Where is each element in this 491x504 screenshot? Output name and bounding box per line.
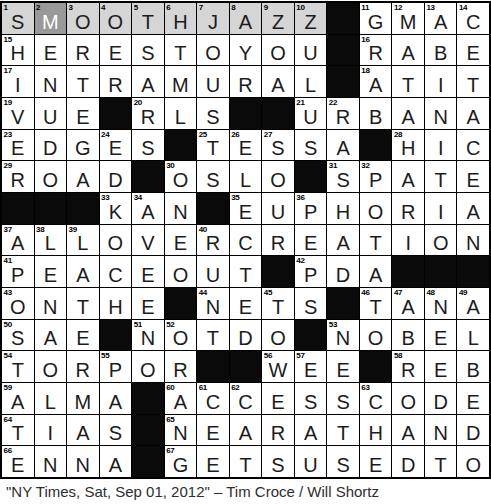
grid-cell[interactable]: I — [425, 130, 457, 161]
grid-cell[interactable]: O — [457, 446, 489, 477]
grid-cell[interactable]: L — [295, 66, 327, 97]
grid-cell[interactable]: S — [295, 130, 327, 161]
grid-cell[interactable]: U — [35, 98, 67, 129]
cell-letter: E — [100, 130, 132, 161]
cell-letter: A — [392, 161, 424, 192]
grid-cell[interactable]: 32P — [360, 161, 392, 192]
cell-letter: P — [295, 256, 327, 287]
cell-letter: T — [425, 161, 457, 192]
grid-cell[interactable]: R — [165, 351, 197, 382]
grid-cell[interactable]: 65N — [165, 415, 197, 446]
grid-cell[interactable]: A — [392, 35, 424, 66]
grid-cell[interactable]: D — [35, 130, 67, 161]
black-cell — [165, 130, 197, 161]
grid-cell[interactable]: 1S — [2, 3, 34, 34]
grid-cell[interactable]: 52O — [165, 320, 197, 351]
grid-cell[interactable]: 10Z — [295, 3, 327, 34]
grid-cell[interactable]: 51N — [132, 320, 164, 351]
cell-letter: N — [35, 288, 67, 319]
cell-letter: T — [327, 415, 359, 446]
grid-cell[interactable]: O — [262, 35, 294, 66]
grid-cell[interactable]: O — [262, 161, 294, 192]
cell-letter: M — [165, 66, 197, 97]
cell-letter: A — [165, 383, 197, 414]
grid-cell[interactable]: N — [35, 288, 67, 319]
grid-cell[interactable]: 25T — [197, 130, 229, 161]
grid-cell[interactable]: A — [100, 446, 132, 477]
grid-cell[interactable]: L — [165, 98, 197, 129]
cell-letter: O — [165, 256, 197, 287]
grid-cell[interactable]: I — [425, 66, 457, 97]
grid-cell[interactable]: 49A — [457, 288, 489, 319]
cell-letter: E — [132, 256, 164, 287]
cell-letter: O — [262, 320, 294, 351]
grid-cell[interactable]: T — [425, 161, 457, 192]
grid-cell[interactable]: E — [67, 98, 99, 129]
cell-letter: M — [392, 3, 424, 34]
grid-cell[interactable]: 56W — [262, 351, 294, 382]
grid-cell[interactable]: H — [327, 193, 359, 224]
grid-cell[interactable]: R — [262, 415, 294, 446]
grid-cell[interactable]: N — [67, 446, 99, 477]
grid-cell[interactable]: R — [100, 66, 132, 97]
grid-cell[interactable]: R — [67, 35, 99, 66]
grid-cell[interactable]: 22R — [327, 98, 359, 129]
grid-cell[interactable]: A — [360, 256, 392, 287]
cell-letter: R — [67, 35, 99, 66]
grid-cell[interactable]: 40R — [197, 225, 229, 256]
grid-cell[interactable]: 50S — [2, 320, 34, 351]
grid-cell[interactable]: T — [425, 446, 457, 477]
grid-cell[interactable]: 60A — [165, 383, 197, 414]
grid-cell[interactable]: U — [262, 193, 294, 224]
grid-cell[interactable]: Y — [230, 35, 262, 66]
grid-cell[interactable]: O — [132, 351, 164, 382]
cell-letter: P — [360, 161, 392, 192]
grid-cell[interactable]: N — [425, 98, 457, 129]
cell-letter: T — [360, 225, 392, 256]
cell-letter: R — [132, 98, 164, 129]
grid-cell[interactable]: M — [165, 66, 197, 97]
cell-letter: T — [67, 66, 99, 97]
black-cell — [132, 161, 164, 192]
cell-letter: A — [35, 320, 67, 351]
grid-cell[interactable]: 23E — [2, 130, 34, 161]
grid-cell[interactable]: L — [230, 161, 262, 192]
grid-cell[interactable]: T — [67, 288, 99, 319]
cell-letter: D — [35, 130, 67, 161]
grid-cell[interactable]: O — [360, 320, 392, 351]
grid-cell[interactable]: 46T — [360, 288, 392, 319]
grid-cell[interactable]: E — [35, 256, 67, 287]
grid-cell[interactable]: 31S — [327, 161, 359, 192]
grid-cell[interactable]: B — [457, 351, 489, 382]
grid-cell[interactable]: 45T — [262, 288, 294, 319]
grid-cell[interactable]: U — [197, 256, 229, 287]
grid-cell[interactable]: E — [425, 320, 457, 351]
grid-cell[interactable]: 7J — [197, 3, 229, 34]
grid-cell[interactable]: 63C — [360, 383, 392, 414]
grid-cell[interactable]: D — [230, 320, 262, 351]
grid-cell[interactable]: E — [457, 35, 489, 66]
grid-cell[interactable]: T — [67, 66, 99, 97]
grid-cell[interactable]: E — [132, 288, 164, 319]
grid-cell[interactable]: S — [295, 383, 327, 414]
grid-cell[interactable]: A — [457, 98, 489, 129]
cell-letter: R — [165, 351, 197, 382]
grid-cell[interactable]: 34A — [132, 193, 164, 224]
cell-letter: A — [360, 256, 392, 287]
grid-cell[interactable]: O — [360, 193, 392, 224]
grid-cell[interactable]: O — [35, 161, 67, 192]
grid-cell[interactable]: O — [197, 35, 229, 66]
puzzle-caption: "NY Times, Sat, Sep 01, 2012" – Tim Croc… — [6, 479, 491, 504]
black-cell — [360, 351, 392, 382]
grid-cell[interactable]: 24E — [100, 130, 132, 161]
grid-cell[interactable]: T — [392, 66, 424, 97]
cell-letter: U — [35, 98, 67, 129]
grid-cell[interactable]: A — [230, 415, 262, 446]
grid-cell[interactable]: 27S — [262, 130, 294, 161]
cell-letter: G — [165, 446, 197, 477]
grid-cell[interactable]: S — [132, 130, 164, 161]
grid-cell[interactable]: A — [100, 383, 132, 414]
grid-cell[interactable]: G — [67, 130, 99, 161]
grid-cell[interactable]: A — [67, 415, 99, 446]
grid-cell[interactable]: S — [197, 98, 229, 129]
grid-cell[interactable]: 59A — [2, 383, 34, 414]
cell-letter: U — [295, 98, 327, 129]
grid-cell[interactable]: T — [230, 256, 262, 287]
black-cell — [230, 98, 262, 129]
cell-letter: O — [360, 193, 392, 224]
cell-letter: R — [2, 161, 34, 192]
grid-cell[interactable]: 55P — [100, 351, 132, 382]
grid-cell[interactable]: S — [295, 288, 327, 319]
grid-cell[interactable]: D — [327, 256, 359, 287]
grid-cell[interactable]: T — [197, 320, 229, 351]
grid-cell[interactable]: 61C — [197, 383, 229, 414]
cell-letter: E — [132, 288, 164, 319]
grid-cell[interactable]: E — [67, 320, 99, 351]
cell-letter: S — [2, 320, 34, 351]
grid-cell[interactable]: 14C — [457, 3, 489, 34]
cell-letter: T — [457, 66, 489, 97]
grid-cell[interactable]: 3O — [67, 3, 99, 34]
grid-cell[interactable]: D — [425, 383, 457, 414]
grid-cell[interactable]: C — [230, 225, 262, 256]
cell-letter: O — [35, 161, 67, 192]
grid-cell[interactable]: A — [392, 161, 424, 192]
cell-letter: R — [392, 351, 424, 382]
cell-letter: E — [67, 98, 99, 129]
cell-letter: N — [327, 320, 359, 351]
grid-cell[interactable]: 62C — [230, 383, 262, 414]
grid-cell[interactable]: 44N — [197, 288, 229, 319]
grid-cell[interactable]: 4O — [100, 3, 132, 34]
black-cell — [35, 193, 67, 224]
grid-cell[interactable]: N — [35, 446, 67, 477]
grid-cell[interactable]: 26E — [230, 130, 262, 161]
grid-cell[interactable]: R — [262, 225, 294, 256]
cell-letter: E — [35, 35, 67, 66]
cell-letter: O — [2, 288, 34, 319]
black-cell — [327, 35, 359, 66]
grid-cell[interactable]: A — [327, 130, 359, 161]
cell-letter: G — [360, 3, 392, 34]
grid-cell[interactable]: 58R — [392, 351, 424, 382]
cell-letter: C — [230, 383, 262, 414]
grid-cell[interactable]: R — [230, 66, 262, 97]
grid-cell[interactable]: O — [100, 225, 132, 256]
cell-letter: S — [295, 130, 327, 161]
grid-cell[interactable]: B — [360, 98, 392, 129]
grid-cell[interactable]: O — [392, 383, 424, 414]
grid-cell[interactable]: O — [425, 225, 457, 256]
cell-letter: O — [262, 161, 294, 192]
cell-letter: S — [132, 35, 164, 66]
cell-letter: H — [360, 415, 392, 446]
cell-letter: L — [67, 225, 99, 256]
grid-cell[interactable]: 54T — [2, 351, 34, 382]
cell-letter: O — [100, 225, 132, 256]
grid-cell[interactable]: T — [230, 446, 262, 477]
cell-letter: A — [457, 193, 489, 224]
cell-letter: A — [360, 66, 392, 97]
grid-cell[interactable]: E — [100, 35, 132, 66]
cell-letter: R — [230, 66, 262, 97]
grid-cell[interactable]: D — [392, 446, 424, 477]
grid-cell[interactable]: E — [327, 351, 359, 382]
grid-cell[interactable]: E — [457, 383, 489, 414]
grid-cell[interactable]: S — [100, 415, 132, 446]
cell-letter: A — [392, 35, 424, 66]
grid-cell[interactable]: 6H — [165, 3, 197, 34]
grid-cell[interactable]: E — [197, 446, 229, 477]
grid-cell[interactable]: 8A — [230, 3, 262, 34]
grid-cell[interactable]: 48N — [425, 288, 457, 319]
grid-cell[interactable]: A — [392, 98, 424, 129]
grid-cell[interactable]: N — [165, 193, 197, 224]
cell-letter: P — [100, 351, 132, 382]
grid-cell[interactable]: A — [35, 320, 67, 351]
cell-letter: R — [262, 225, 294, 256]
grid-cell[interactable]: T — [360, 225, 392, 256]
cell-letter: A — [425, 3, 457, 34]
grid-cell[interactable]: 35E — [230, 193, 262, 224]
grid-cell[interactable]: R — [392, 193, 424, 224]
grid-cell[interactable]: S — [132, 35, 164, 66]
cell-letter: B — [392, 320, 424, 351]
grid-cell[interactable]: 42P — [295, 256, 327, 287]
grid-cell[interactable]: A — [327, 225, 359, 256]
grid-cell[interactable]: E — [230, 288, 262, 319]
grid-cell[interactable]: U — [295, 35, 327, 66]
cell-letter: E — [457, 161, 489, 192]
cell-letter: O — [165, 161, 197, 192]
cell-letter: P — [295, 193, 327, 224]
grid-cell[interactable]: A — [132, 66, 164, 97]
grid-cell[interactable]: S — [262, 446, 294, 477]
grid-cell[interactable]: T — [327, 415, 359, 446]
grid-cell[interactable]: L — [35, 383, 67, 414]
cell-letter: S — [327, 161, 359, 192]
black-cell — [262, 256, 294, 287]
cell-letter: S — [197, 98, 229, 129]
black-cell — [360, 130, 392, 161]
cell-letter: H — [165, 3, 197, 34]
grid-cell[interactable]: I — [425, 193, 457, 224]
grid-cell[interactable]: O — [165, 256, 197, 287]
grid-cell[interactable]: 18A — [360, 66, 392, 97]
grid-cell[interactable]: N — [457, 225, 489, 256]
cell-letter: R — [360, 35, 392, 66]
cell-letter: R — [262, 415, 294, 446]
cell-letter: I — [35, 415, 67, 446]
grid-cell[interactable]: E — [425, 351, 457, 382]
grid-cell[interactable]: 30O — [165, 161, 197, 192]
grid-cell[interactable]: 53N — [327, 320, 359, 351]
cell-letter: V — [2, 98, 34, 129]
grid-cell[interactable]: 13A — [425, 3, 457, 34]
grid-cell[interactable]: I — [35, 415, 67, 446]
cell-letter: H — [2, 35, 34, 66]
grid-cell[interactable]: I — [392, 225, 424, 256]
cell-letter: E — [2, 130, 34, 161]
grid-cell[interactable]: 2M — [35, 3, 67, 34]
grid-cell[interactable]: A — [295, 415, 327, 446]
cell-letter: T — [262, 288, 294, 319]
grid-cell[interactable]: E — [457, 161, 489, 192]
cell-letter: N — [165, 415, 197, 446]
grid-cell[interactable]: N — [425, 415, 457, 446]
cell-letter: A — [67, 256, 99, 287]
grid-cell[interactable]: H — [100, 288, 132, 319]
grid-cell[interactable]: 47A — [392, 288, 424, 319]
cell-letter: E — [262, 383, 294, 414]
grid-cell[interactable]: B — [425, 35, 457, 66]
cell-letter: I — [2, 66, 34, 97]
grid-cell[interactable]: A — [67, 256, 99, 287]
grid-cell[interactable]: 17I — [2, 66, 34, 97]
grid-cell[interactable]: N — [35, 66, 67, 97]
grid-cell[interactable]: D — [100, 161, 132, 192]
cell-letter: C — [100, 256, 132, 287]
black-cell — [392, 256, 424, 287]
grid-cell[interactable]: E — [262, 383, 294, 414]
grid-cell[interactable]: C — [457, 130, 489, 161]
grid-cell[interactable]: V — [132, 225, 164, 256]
black-cell — [327, 66, 359, 97]
grid-cell[interactable]: O — [262, 320, 294, 351]
cell-letter: A — [100, 383, 132, 414]
cell-letter: D — [457, 415, 489, 446]
grid-cell[interactable]: 16R — [360, 35, 392, 66]
grid-cell[interactable]: E — [165, 225, 197, 256]
grid-cell[interactable]: 20R — [132, 98, 164, 129]
cell-letter: A — [392, 98, 424, 129]
grid-cell[interactable]: E — [360, 446, 392, 477]
grid-cell[interactable]: 21U — [295, 98, 327, 129]
grid-cell[interactable]: 36P — [295, 193, 327, 224]
grid-cell[interactable]: A — [67, 161, 99, 192]
grid-cell[interactable]: A — [392, 415, 424, 446]
cell-letter: E — [360, 446, 392, 477]
grid-cell[interactable]: T — [457, 66, 489, 97]
cell-letter: C — [457, 130, 489, 161]
grid-cell[interactable]: S — [327, 383, 359, 414]
grid-cell[interactable]: 37A — [2, 225, 34, 256]
grid-cell[interactable]: 9Z — [262, 3, 294, 34]
grid-cell[interactable]: M — [67, 383, 99, 414]
grid-cell[interactable]: U — [197, 66, 229, 97]
grid-cell[interactable]: 11G — [360, 3, 392, 34]
cell-letter: O — [132, 351, 164, 382]
grid-cell[interactable]: 29R — [2, 161, 34, 192]
grid-cell[interactable]: 66E — [2, 446, 34, 477]
grid-cell[interactable]: 67G — [165, 446, 197, 477]
cell-letter: S — [2, 3, 34, 34]
cell-letter: D — [425, 383, 457, 414]
cell-letter: N — [425, 415, 457, 446]
grid-cell[interactable]: S — [327, 446, 359, 477]
cell-letter: I — [392, 225, 424, 256]
grid-cell[interactable]: 64T — [2, 415, 34, 446]
grid-cell[interactable]: 19V — [2, 98, 34, 129]
black-cell — [132, 383, 164, 414]
grid-cell[interactable]: 15H — [2, 35, 34, 66]
grid-cell[interactable]: T — [165, 35, 197, 66]
grid-cell[interactable]: S — [197, 161, 229, 192]
grid-cell[interactable]: E — [35, 35, 67, 66]
cell-letter: R — [197, 225, 229, 256]
cell-letter: I — [425, 193, 457, 224]
grid-cell[interactable]: 43O — [2, 288, 34, 319]
cell-letter: O — [67, 3, 99, 34]
grid-cell[interactable]: R — [67, 351, 99, 382]
cell-letter: A — [132, 193, 164, 224]
grid-cell[interactable]: H — [360, 415, 392, 446]
cell-letter: O — [262, 35, 294, 66]
grid-cell[interactable]: 38L — [35, 225, 67, 256]
grid-cell[interactable]: D — [457, 415, 489, 446]
grid-cell[interactable]: 33K — [100, 193, 132, 224]
grid-cell[interactable]: A — [262, 66, 294, 97]
grid-cell[interactable]: 12M — [392, 3, 424, 34]
grid-cell[interactable]: A — [457, 193, 489, 224]
grid-cell[interactable]: E — [295, 225, 327, 256]
cell-letter: D — [327, 256, 359, 287]
grid-cell[interactable]: 57E — [295, 351, 327, 382]
grid-cell[interactable]: U — [295, 446, 327, 477]
grid-cell[interactable]: E — [197, 415, 229, 446]
grid-cell[interactable]: 41P — [2, 256, 34, 287]
grid-cell[interactable]: 5T — [132, 3, 164, 34]
grid-cell[interactable]: 28H — [392, 130, 424, 161]
grid-cell[interactable]: C — [100, 256, 132, 287]
grid-cell[interactable]: B — [392, 320, 424, 351]
cell-letter: S — [295, 288, 327, 319]
cell-letter: N — [197, 288, 229, 319]
cell-letter: E — [35, 256, 67, 287]
grid-cell[interactable]: L — [457, 320, 489, 351]
cell-letter: B — [425, 35, 457, 66]
cell-letter: A — [100, 446, 132, 477]
grid-cell[interactable]: E — [132, 256, 164, 287]
cell-letter: I — [425, 66, 457, 97]
grid-cell[interactable]: O — [35, 351, 67, 382]
grid-cell[interactable]: 39L — [67, 225, 99, 256]
